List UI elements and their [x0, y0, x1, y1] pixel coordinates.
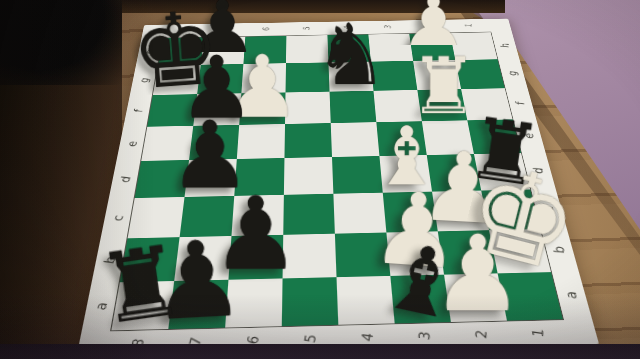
square-h2 — [409, 33, 455, 61]
rank-label-bottom: 3 — [417, 331, 433, 341]
square-h3 — [368, 34, 413, 62]
rank-label-top: 8 — [179, 28, 189, 32]
file-label-right: g — [507, 70, 518, 76]
file-label-left: h — [143, 49, 156, 55]
square-f4 — [330, 91, 377, 123]
black-bishop-glyph: ♝ — [374, 231, 470, 333]
file-label-left: f — [132, 109, 145, 113]
square-g5 — [286, 62, 330, 92]
rank-label-top: 3 — [383, 25, 392, 29]
square-g7 — [197, 64, 243, 94]
rank-label-bottom: 1 — [530, 328, 545, 338]
square-g2 — [413, 60, 461, 90]
rank-label-bottom: 2 — [474, 329, 489, 339]
square-h4 — [327, 34, 370, 62]
black-rook-glyph: ♜ — [92, 235, 189, 338]
square-f5 — [285, 92, 331, 124]
rank-label-bottom: 5 — [302, 333, 318, 343]
square-g6 — [241, 63, 286, 93]
file-label-left: e — [125, 140, 139, 147]
square-h5 — [286, 35, 328, 63]
chessboard: 8877665544332211hhggffeeddccbbaa ♚♜♜♞♝♟♟… — [76, 19, 599, 358]
file-label-left: c — [110, 214, 125, 221]
square-h1 — [450, 32, 497, 60]
dark-object — [0, 0, 122, 85]
rank-label-bottom: 4 — [359, 332, 375, 342]
file-label-left: g — [138, 77, 151, 83]
square-h8 — [158, 37, 204, 65]
rank-label-top: 2 — [424, 24, 433, 28]
square-g1 — [455, 59, 504, 89]
square-g3 — [371, 61, 418, 91]
rank-label-top: 4 — [343, 25, 353, 29]
file-label-right: h — [499, 43, 510, 48]
rank-label-top: 5 — [302, 26, 312, 30]
square-e5 — [284, 123, 332, 158]
rank-label-top: 6 — [261, 27, 271, 31]
square-h7 — [201, 37, 246, 65]
rank-label-top: 1 — [464, 23, 473, 27]
square-g8 — [153, 65, 201, 95]
file-label-right: a — [564, 290, 579, 299]
file-label-left: d — [118, 176, 133, 183]
webcam-photo-scene: 8877665544332211hhggffeeddccbbaa ♚♜♜♞♝♟♟… — [0, 0, 640, 359]
rank-label-top: 7 — [220, 28, 230, 32]
square-h6 — [243, 36, 286, 64]
square-g4 — [328, 62, 373, 92]
table-near-edge — [0, 344, 640, 359]
